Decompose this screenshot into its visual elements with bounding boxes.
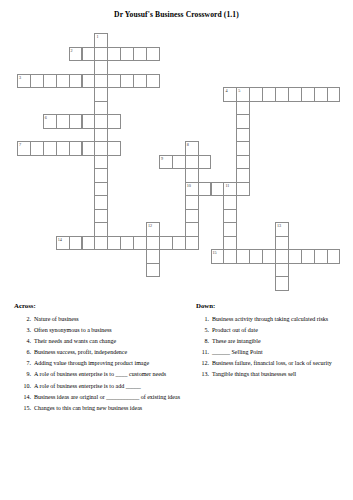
grid-cell[interactable] (223, 249, 237, 264)
clue-number: 14 (58, 237, 62, 242)
grid-cell[interactable] (94, 60, 108, 75)
grid-cell[interactable] (94, 182, 108, 197)
clue-number: 3 (19, 75, 21, 80)
across-heading: Across: (14, 302, 36, 309)
clue-number-label: 3. (14, 326, 31, 336)
clue-number-label: 6. (14, 348, 31, 358)
grid-cell[interactable] (69, 74, 83, 89)
grid-cell[interactable]: 10 (185, 182, 199, 197)
across-clue: 14.Business ideas are original or ______… (14, 393, 189, 403)
clue-number: 5 (238, 88, 240, 93)
clue-number: 4 (225, 88, 227, 93)
grid-cell[interactable] (223, 236, 237, 251)
clue-text: Business activity through taking calcula… (212, 315, 344, 325)
down-clue: 11.______ Selling Point (196, 348, 344, 358)
grid-cell[interactable] (82, 47, 96, 62)
grid-cell[interactable]: 4 (223, 87, 237, 102)
clue-number: 15 (213, 250, 217, 255)
grid-cell[interactable]: 11 (223, 182, 237, 197)
grid-cell[interactable] (211, 182, 225, 197)
grid-cell[interactable] (146, 236, 160, 251)
grid-cell[interactable] (275, 236, 289, 251)
grid-cell[interactable] (133, 47, 147, 62)
grid-cell[interactable] (198, 182, 212, 197)
grid-cell[interactable] (275, 276, 289, 291)
grid-cell[interactable]: 9 (159, 155, 173, 170)
clue-number: 8 (187, 142, 189, 147)
grid-cell[interactable] (94, 114, 108, 129)
clue-text: Business failure, financial loss, or lac… (212, 359, 344, 369)
clue-number: 2 (71, 48, 73, 53)
clue-number: 11 (225, 183, 229, 188)
clue-number: 6 (45, 115, 47, 120)
grid-cell[interactable] (107, 114, 121, 129)
grid-cell[interactable] (30, 74, 44, 89)
clue-number-label: 1. (196, 315, 209, 325)
clue-text: Changes to this can bring new business i… (34, 404, 189, 414)
grid-cell[interactable] (94, 209, 108, 224)
grid-cell[interactable] (94, 236, 108, 251)
clue-text: Their needs and wants can change (34, 337, 189, 347)
down-clue-list: 1.Business activity through taking calcu… (196, 315, 344, 382)
clue-number: 10 (187, 183, 191, 188)
grid-cell[interactable] (172, 236, 186, 251)
grid-cell[interactable] (223, 209, 237, 224)
clue-text: Business ideas are original or _________… (34, 393, 189, 403)
clue-number-label: 14. (14, 393, 31, 403)
grid-cell[interactable] (249, 249, 263, 264)
grid-cell[interactable] (172, 155, 186, 170)
grid-cell[interactable] (56, 74, 70, 89)
clue-number: 9 (161, 156, 163, 161)
worksheet-page: Dr Yousuf's Business Crossword (1.1) 123… (0, 0, 353, 500)
across-clue: 10.A role of business enterprise is to a… (14, 382, 189, 392)
grid-cell[interactable] (159, 236, 173, 251)
grid-cell[interactable] (107, 74, 121, 89)
clue-text: These are intangible (212, 337, 344, 347)
grid-cell[interactable] (107, 141, 121, 156)
clue-number-label: 8. (196, 337, 209, 347)
across-clue: 3.Often synonymous to a business (14, 326, 189, 336)
grid-cell[interactable] (236, 101, 250, 116)
grid-cell[interactable] (236, 182, 250, 197)
grid-cell[interactable] (314, 87, 328, 102)
grid-cell[interactable]: 7 (17, 141, 31, 156)
grid-cell[interactable] (30, 141, 44, 156)
clue-text: Nature of business (34, 315, 189, 325)
grid-cell[interactable] (94, 195, 108, 210)
grid-cell[interactable] (185, 209, 199, 224)
grid-cell[interactable] (107, 47, 121, 62)
grid-cell[interactable] (56, 141, 70, 156)
clue-number-label: 9. (14, 370, 31, 380)
grid-cell[interactable] (198, 155, 212, 170)
clue-text: ______ Selling Point (212, 348, 344, 358)
grid-cell[interactable]: 3 (17, 74, 31, 89)
grid-cell[interactable] (223, 195, 237, 210)
grid-cell[interactable] (133, 236, 147, 251)
grid-cell[interactable] (327, 249, 341, 264)
clue-number-label: 11. (196, 348, 209, 358)
grid-cell[interactable] (185, 222, 199, 237)
across-clue: 4.Their needs and wants can change (14, 337, 189, 347)
clue-text: Tangible things that businesses sell (212, 370, 344, 380)
grid-cell[interactable] (69, 236, 83, 251)
clue-number-label: 4. (14, 337, 31, 347)
grid-cell[interactable]: 15 (211, 249, 225, 264)
grid-cell[interactable] (275, 87, 289, 102)
grid-cell[interactable] (236, 249, 250, 264)
grid-cell[interactable]: 2 (69, 47, 83, 62)
grid-cell[interactable] (146, 74, 160, 89)
crossword-grid: 123456789101112131415 (17, 33, 341, 291)
grid-cell[interactable] (288, 249, 302, 264)
grid-cell[interactable] (94, 155, 108, 170)
grid-cell[interactable] (94, 168, 108, 183)
grid-cell[interactable] (275, 249, 289, 264)
down-clue: 13.Tangible things that businesses sell (196, 370, 344, 380)
grid-cell[interactable] (185, 155, 199, 170)
across-clue: 15.Changes to this can bring new busines… (14, 404, 189, 414)
across-clue: 7.Adding value through improving product… (14, 359, 189, 369)
clue-number-label: 2. (14, 315, 31, 325)
clue-text: Adding value through improving product i… (34, 359, 189, 369)
grid-cell[interactable]: 14 (56, 236, 70, 251)
clue-number-label: 13. (196, 370, 209, 380)
grid-cell[interactable] (94, 74, 108, 89)
grid-cell[interactable]: 1 (94, 33, 108, 48)
down-clue: 12.Business failure, financial loss, or … (196, 359, 344, 369)
clue-number-label: 7. (14, 359, 31, 369)
grid-cell[interactable] (94, 47, 108, 62)
down-clue: 1.Business activity through taking calcu… (196, 315, 344, 325)
grid-cell[interactable]: 12 (146, 222, 160, 237)
grid-cell[interactable] (275, 263, 289, 278)
grid-cell[interactable] (69, 141, 83, 156)
grid-cell[interactable] (236, 128, 250, 143)
clue-number: 13 (277, 223, 281, 228)
grid-cell[interactable] (120, 74, 134, 89)
grid-cell[interactable] (236, 168, 250, 183)
grid-cell[interactable] (223, 222, 237, 237)
grid-cell[interactable] (82, 236, 96, 251)
down-heading: Down: (196, 302, 215, 309)
across-clue: 2.Nature of business (14, 315, 189, 325)
page-title: Dr Yousuf's Business Crossword (1.1) (0, 10, 353, 19)
grid-cell[interactable] (133, 74, 147, 89)
across-clue-list: 2.Nature of business3.Often synonymous t… (14, 315, 189, 415)
down-clue: 5.Product out of date (196, 326, 344, 336)
clue-number-label: 12. (196, 359, 209, 369)
clue-number: 7 (19, 142, 21, 147)
grid-cell[interactable] (327, 87, 341, 102)
grid-cell[interactable] (301, 87, 315, 102)
grid-cell[interactable] (249, 87, 263, 102)
grid-cell[interactable] (185, 195, 199, 210)
grid-cell[interactable] (82, 141, 96, 156)
grid-cell[interactable] (185, 236, 199, 251)
grid-cell[interactable]: 5 (236, 87, 250, 102)
grid-cell[interactable] (94, 222, 108, 237)
grid-cell[interactable] (120, 236, 134, 251)
grid-cell[interactable] (94, 101, 108, 116)
clue-number: 1 (96, 34, 98, 39)
grid-cell[interactable] (94, 141, 108, 156)
across-clue: 9.A role of business enterprise is to __… (14, 370, 189, 380)
clue-text: Often synonymous to a business (34, 326, 189, 336)
grid-cell[interactable]: 8 (185, 141, 199, 156)
grid-cell[interactable] (43, 141, 57, 156)
clue-number-label: 5. (196, 326, 209, 336)
clue-number-label: 10. (14, 382, 31, 392)
grid-cell[interactable] (56, 114, 70, 129)
grid-cell[interactable] (69, 114, 83, 129)
grid-cell[interactable]: 13 (275, 222, 289, 237)
across-clue: 6.Business success, profit, independence (14, 348, 189, 358)
grid-cell[interactable]: 6 (43, 114, 57, 129)
grid-cell[interactable] (236, 141, 250, 156)
grid-cell[interactable] (262, 249, 276, 264)
clue-text: Business success, profit, independence (34, 348, 189, 358)
grid-cell[interactable] (301, 249, 315, 264)
grid-cell[interactable] (262, 87, 276, 102)
clue-text: Product out of date (212, 326, 344, 336)
grid-cell[interactable] (236, 114, 250, 129)
grid-cell[interactable] (146, 249, 160, 264)
grid-cell[interactable] (120, 47, 134, 62)
clue-text: A role of business enterprise is to add … (34, 382, 189, 392)
grid-cell[interactable] (82, 114, 96, 129)
grid-cell[interactable] (146, 263, 160, 278)
grid-cell[interactable] (107, 236, 121, 251)
grid-cell[interactable] (94, 128, 108, 143)
clue-text: A role of business enterprise is to ____… (34, 370, 189, 380)
grid-cell[interactable] (314, 249, 328, 264)
grid-cell[interactable] (94, 87, 108, 102)
clue-number-label: 15. (14, 404, 31, 414)
down-clue: 8.These are intangible (196, 337, 344, 347)
grid-cell[interactable] (236, 155, 250, 170)
grid-cell[interactable] (288, 87, 302, 102)
grid-cell[interactable] (146, 47, 160, 62)
grid-cell[interactable] (82, 74, 96, 89)
grid-cell[interactable] (185, 168, 199, 183)
clue-number: 12 (148, 223, 152, 228)
grid-cell[interactable] (43, 74, 57, 89)
